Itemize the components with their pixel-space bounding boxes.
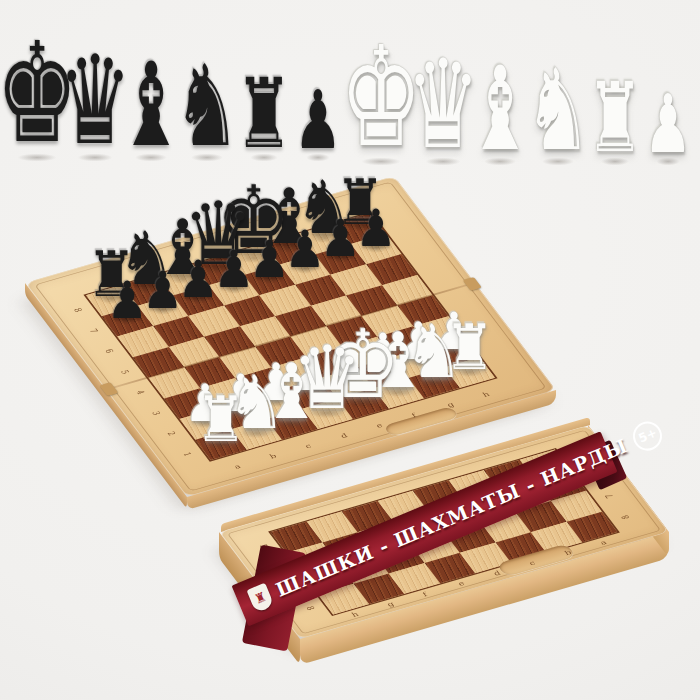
rank-label: 5 <box>119 369 130 375</box>
file-label: g <box>386 601 395 608</box>
file-label: b <box>268 453 277 460</box>
file-label: d <box>339 432 348 439</box>
chess-piece-black-pawn: ♟ <box>284 223 325 275</box>
rank-label: 2 <box>166 431 177 437</box>
rank-label: 6 <box>104 348 115 354</box>
brand-logo-shield-icon: ♜ <box>246 582 274 613</box>
age-badge: 5+ <box>629 417 667 455</box>
chess-piece-black-pawn: ♟ <box>213 243 254 295</box>
age-badge-text: 5+ <box>636 425 658 445</box>
file-label: d <box>492 570 501 577</box>
chess-piece-black-pawn: ♟ <box>249 233 290 285</box>
lineup-white-pawn: ♟ <box>644 84 692 165</box>
file-label: a <box>233 463 242 470</box>
file-label: f <box>421 591 428 597</box>
chess-piece-black-pawn: ♟ <box>320 212 361 264</box>
brand-mark-icon: ♜ <box>252 588 269 606</box>
rank-label: 4 <box>135 390 146 396</box>
hinge-right <box>463 277 482 291</box>
file-label: e <box>375 422 384 429</box>
file-label: h <box>350 611 359 618</box>
lineup-white-rook: ♜ <box>586 70 643 166</box>
file-label: a <box>599 539 608 546</box>
file-label: c <box>304 443 313 450</box>
chess-piece-black-pawn: ♟ <box>142 264 183 316</box>
lineup-black-knight: ♞ <box>173 50 240 163</box>
rank-label: 8 <box>305 605 316 611</box>
file-label: e <box>457 580 466 587</box>
rank-label: 1 <box>182 451 193 457</box>
rank-label: 7 <box>88 328 99 334</box>
chess-piece-white-rook: ♜ <box>196 388 246 451</box>
lineup-black-rook: ♜ <box>235 66 292 162</box>
rank-label: 8 <box>72 307 83 313</box>
rank-label: 7 <box>604 494 615 500</box>
chess-piece-black-pawn: ♟ <box>107 274 148 326</box>
file-label: h <box>481 391 490 398</box>
rank-label: 3 <box>150 410 161 416</box>
chess-piece-black-pawn: ♟ <box>178 254 219 306</box>
lineup-white-knight: ♞ <box>524 54 591 167</box>
rank-label: 8 <box>619 514 630 520</box>
chess-piece-black-pawn: ♟ <box>355 202 396 254</box>
lineup-black-pawn: ♟ <box>294 80 342 161</box>
product-photo-chess-set: abcdefgh12345678 hgfedcba87658765 ♜ ШАШК… <box>0 0 700 700</box>
